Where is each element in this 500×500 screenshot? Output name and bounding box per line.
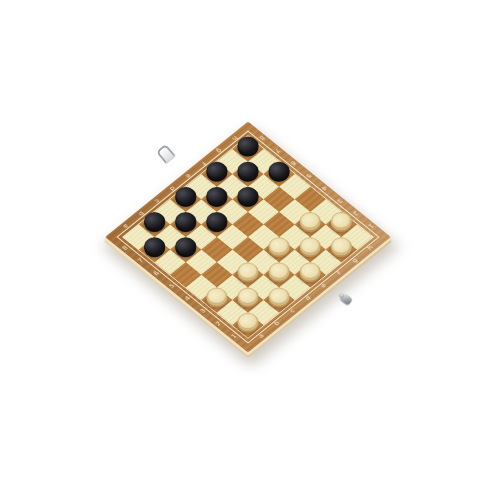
- board-grid: [124, 136, 373, 337]
- piece-black-f6: [234, 188, 262, 211]
- piece-black-a7: [141, 238, 169, 261]
- checkers-board: abcdefgh abcdefgh 87654321 87654321: [105, 121, 391, 352]
- piece-white-g3: [296, 213, 324, 236]
- product-photo: abcdefgh abcdefgh 87654321 87654321: [0, 0, 500, 500]
- playing-area: [116, 131, 379, 344]
- scene: abcdefgh abcdefgh 87654321 87654321: [0, 0, 500, 500]
- piece-black-d6: [203, 213, 231, 236]
